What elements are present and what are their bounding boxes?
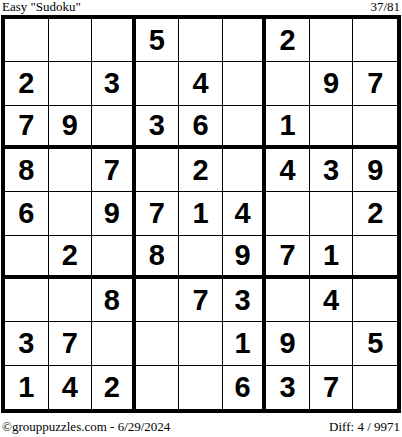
cell-r6c2: 2	[49, 236, 93, 279]
header: Easy "Sudoku" 37/81	[2, 0, 400, 14]
cell-r7c6: 3	[223, 279, 267, 322]
cell-r9c2: 4	[49, 366, 93, 409]
cell-r2c9: 7	[353, 62, 397, 105]
cell-r5c5: 1	[179, 192, 223, 235]
cell-r3c6[interactable]	[223, 106, 267, 149]
cell-r7c2[interactable]	[49, 279, 93, 322]
cell-r8c5[interactable]	[179, 322, 223, 365]
cell-r9c4[interactable]	[136, 366, 180, 409]
cell-r1c2[interactable]	[49, 19, 93, 62]
cell-r9c5[interactable]	[179, 366, 223, 409]
cell-r6c7: 7	[266, 236, 310, 279]
cell-r6c8: 1	[310, 236, 354, 279]
cell-r6c4: 8	[136, 236, 180, 279]
cell-r3c3[interactable]	[92, 106, 136, 149]
cell-r9c3: 2	[92, 366, 136, 409]
cell-r2c5: 4	[179, 62, 223, 105]
sudoku-page: Easy "Sudoku" 37/81 52234977936187243969…	[0, 0, 402, 437]
cell-r3c8[interactable]	[310, 106, 354, 149]
footer: ©grouppuzzles.com - 6/29/2024 Diff: 4 / …	[2, 420, 400, 434]
cell-r8c2: 7	[49, 322, 93, 365]
cell-r8c3[interactable]	[92, 322, 136, 365]
cell-r8c9: 5	[353, 322, 397, 365]
puzzle-title: Easy "Sudoku"	[2, 0, 81, 14]
cell-r4c7: 4	[266, 149, 310, 192]
cell-r3c9[interactable]	[353, 106, 397, 149]
cell-r1c8[interactable]	[310, 19, 354, 62]
cell-r4c1: 8	[5, 149, 49, 192]
cell-r5c3: 9	[92, 192, 136, 235]
cell-r1c6[interactable]	[223, 19, 267, 62]
cell-r2c2[interactable]	[49, 62, 93, 105]
cell-r9c8: 7	[310, 366, 354, 409]
cell-r2c1: 2	[5, 62, 49, 105]
cell-r7c8: 4	[310, 279, 354, 322]
cell-r5c1: 6	[5, 192, 49, 235]
cell-r2c8: 9	[310, 62, 354, 105]
cell-r5c8[interactable]	[310, 192, 354, 235]
cell-r4c8: 3	[310, 149, 354, 192]
cell-r4c9: 9	[353, 149, 397, 192]
cell-r5c7[interactable]	[266, 192, 310, 235]
cell-r7c7[interactable]	[266, 279, 310, 322]
cell-r1c3[interactable]	[92, 19, 136, 62]
cell-r7c5: 7	[179, 279, 223, 322]
cell-r9c7: 3	[266, 366, 310, 409]
cell-r1c5[interactable]	[179, 19, 223, 62]
cell-r3c5: 6	[179, 106, 223, 149]
cell-r5c9: 2	[353, 192, 397, 235]
cell-r7c4[interactable]	[136, 279, 180, 322]
cell-r9c6: 6	[223, 366, 267, 409]
cell-r3c4: 3	[136, 106, 180, 149]
cell-r6c9[interactable]	[353, 236, 397, 279]
cell-r4c6[interactable]	[223, 149, 267, 192]
cell-r8c7: 9	[266, 322, 310, 365]
cell-r9c9[interactable]	[353, 366, 397, 409]
cell-r4c5: 2	[179, 149, 223, 192]
cell-r3c2: 9	[49, 106, 93, 149]
cell-r1c9[interactable]	[353, 19, 397, 62]
cell-r2c4[interactable]	[136, 62, 180, 105]
cell-r1c1[interactable]	[5, 19, 49, 62]
cell-r8c4[interactable]	[136, 322, 180, 365]
copyright-text: ©grouppuzzles.com - 6/29/2024	[2, 420, 170, 434]
cell-r5c2[interactable]	[49, 192, 93, 235]
cell-r3c1: 7	[5, 106, 49, 149]
cell-r8c6: 1	[223, 322, 267, 365]
cell-r1c7: 2	[266, 19, 310, 62]
sudoku-board: 5223497793618724396971422897187343719514…	[1, 15, 401, 413]
cell-r9c1: 1	[5, 366, 49, 409]
cell-r3c7: 1	[266, 106, 310, 149]
cell-r4c2[interactable]	[49, 149, 93, 192]
cell-r6c6: 9	[223, 236, 267, 279]
cell-r5c6: 4	[223, 192, 267, 235]
cell-r1c4: 5	[136, 19, 180, 62]
cell-r7c3: 8	[92, 279, 136, 322]
cell-r2c6[interactable]	[223, 62, 267, 105]
difficulty-label: Diff: 4 / 9971	[329, 420, 400, 434]
cell-r2c7[interactable]	[266, 62, 310, 105]
cell-r5c4: 7	[136, 192, 180, 235]
cell-r7c9[interactable]	[353, 279, 397, 322]
cell-r6c5[interactable]	[179, 236, 223, 279]
cell-r6c3[interactable]	[92, 236, 136, 279]
cell-r7c1[interactable]	[5, 279, 49, 322]
cell-r8c1: 3	[5, 322, 49, 365]
cell-r6c1[interactable]	[5, 236, 49, 279]
cell-r4c3: 7	[92, 149, 136, 192]
cell-r8c8[interactable]	[310, 322, 354, 365]
cell-r4c4[interactable]	[136, 149, 180, 192]
fill-counter: 37/81	[370, 0, 400, 14]
cell-r2c3: 3	[92, 62, 136, 105]
